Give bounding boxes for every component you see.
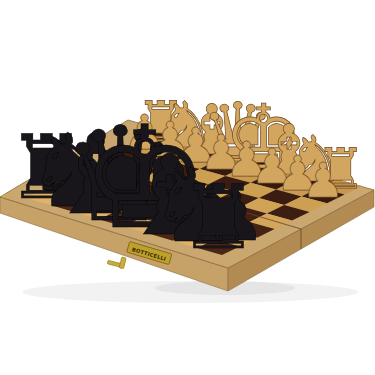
piece-black-rook-h8: ♜ xyxy=(179,165,259,269)
chess-set-product-photo: BOTTICELLI♜♞♝♛♚♝♞♜♟♟♟♟♟♟♟♟♟♟♟♟♟♟♟♟♜♞♝♛♚♝… xyxy=(0,0,375,375)
piece-white-pawn-h2: ♟ xyxy=(301,152,344,208)
chess-board-svg: BOTTICELLI♜♞♝♛♚♝♞♜♟♟♟♟♟♟♟♟♟♟♟♟♟♟♟♟♜♞♝♛♚♝… xyxy=(0,0,375,375)
hinge-glint xyxy=(2,194,6,198)
